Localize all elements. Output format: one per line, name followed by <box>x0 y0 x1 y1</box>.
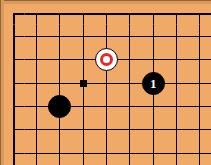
intersection-col1-row6[interactable] <box>2 118 25 141</box>
board-frame-left-edge <box>0 0 4 165</box>
intersection-col5-row4[interactable] <box>95 72 118 95</box>
intersection-col1-row3[interactable] <box>2 48 25 71</box>
intersection-col5-row2[interactable] <box>95 25 118 48</box>
intersection-col1-row7[interactable] <box>2 142 25 165</box>
intersection-col6-row4[interactable] <box>118 72 141 95</box>
intersection-col5-row1[interactable] <box>95 2 118 25</box>
intersection-col4-row5[interactable] <box>72 95 95 118</box>
intersection-col4-row7[interactable] <box>72 142 95 165</box>
intersection-col7-row4[interactable]: 1 <box>142 72 165 95</box>
intersection-col3-row3[interactable] <box>48 48 71 71</box>
intersection-col9-row1[interactable] <box>188 2 211 25</box>
intersection-col5-row7[interactable] <box>95 142 118 165</box>
intersection-col7-row2[interactable] <box>142 25 165 48</box>
intersection-col3-row2[interactable] <box>48 25 71 48</box>
intersection-col8-row7[interactable] <box>165 142 188 165</box>
intersection-col9-row6[interactable] <box>188 118 211 141</box>
intersection-col5-row5[interactable] <box>95 95 118 118</box>
intersection-col1-row4[interactable] <box>2 72 25 95</box>
board-frame-top-edge <box>0 0 211 4</box>
intersection-col3-row4[interactable] <box>48 72 71 95</box>
intersection-col2-row5[interactable] <box>25 95 48 118</box>
intersection-col4-row2[interactable] <box>72 25 95 48</box>
intersection-col3-row1[interactable] <box>48 2 71 25</box>
intersection-col1-row2[interactable] <box>2 25 25 48</box>
intersection-col4-row6[interactable] <box>72 118 95 141</box>
intersection-col9-row5[interactable] <box>188 95 211 118</box>
go-board-grid: 1 <box>2 2 211 165</box>
intersection-col1-row1[interactable] <box>2 2 25 25</box>
intersection-col7-row7[interactable] <box>142 142 165 165</box>
stone-move-number: 1 <box>142 72 165 95</box>
intersection-col9-row3[interactable] <box>188 48 211 71</box>
hoshi-star-point-marker <box>80 80 87 87</box>
intersection-col8-row1[interactable] <box>165 2 188 25</box>
intersection-col9-row4[interactable] <box>188 72 211 95</box>
intersection-col3-row7[interactable] <box>48 142 71 165</box>
intersection-col2-row3[interactable] <box>25 48 48 71</box>
intersection-col1-row5[interactable] <box>2 95 25 118</box>
intersection-col4-row3[interactable] <box>72 48 95 71</box>
intersection-col5-row6[interactable] <box>95 118 118 141</box>
intersection-col3-row6[interactable] <box>48 118 71 141</box>
intersection-col6-row6[interactable] <box>118 118 141 141</box>
intersection-col2-row6[interactable] <box>25 118 48 141</box>
intersection-col6-row5[interactable] <box>118 95 141 118</box>
intersection-col8-row3[interactable] <box>165 48 188 71</box>
intersection-col7-row1[interactable] <box>142 2 165 25</box>
intersection-col3-row5[interactable] <box>48 95 71 118</box>
black-stone[interactable] <box>48 95 71 118</box>
intersection-col8-row2[interactable] <box>165 25 188 48</box>
intersection-col2-row7[interactable] <box>25 142 48 165</box>
intersection-col8-row5[interactable] <box>165 95 188 118</box>
intersection-col4-row1[interactable] <box>72 2 95 25</box>
intersection-col2-row2[interactable] <box>25 25 48 48</box>
intersection-col6-row3[interactable] <box>118 48 141 71</box>
intersection-col9-row2[interactable] <box>188 25 211 48</box>
intersection-col9-row7[interactable] <box>188 142 211 165</box>
intersection-col8-row6[interactable] <box>165 118 188 141</box>
intersection-col6-row1[interactable] <box>118 2 141 25</box>
intersection-col7-row3[interactable] <box>142 48 165 71</box>
intersection-col6-row2[interactable] <box>118 25 141 48</box>
intersection-col2-row4[interactable] <box>25 72 48 95</box>
go-board-diagram: 1 <box>0 0 211 165</box>
intersection-col7-row5[interactable] <box>142 95 165 118</box>
intersection-col4-row4[interactable] <box>72 72 95 95</box>
intersection-col6-row7[interactable] <box>118 142 141 165</box>
intersection-col7-row6[interactable] <box>142 118 165 141</box>
intersection-col2-row1[interactable] <box>25 2 48 25</box>
intersection-col8-row4[interactable] <box>165 72 188 95</box>
intersection-col5-row3[interactable] <box>95 48 118 71</box>
